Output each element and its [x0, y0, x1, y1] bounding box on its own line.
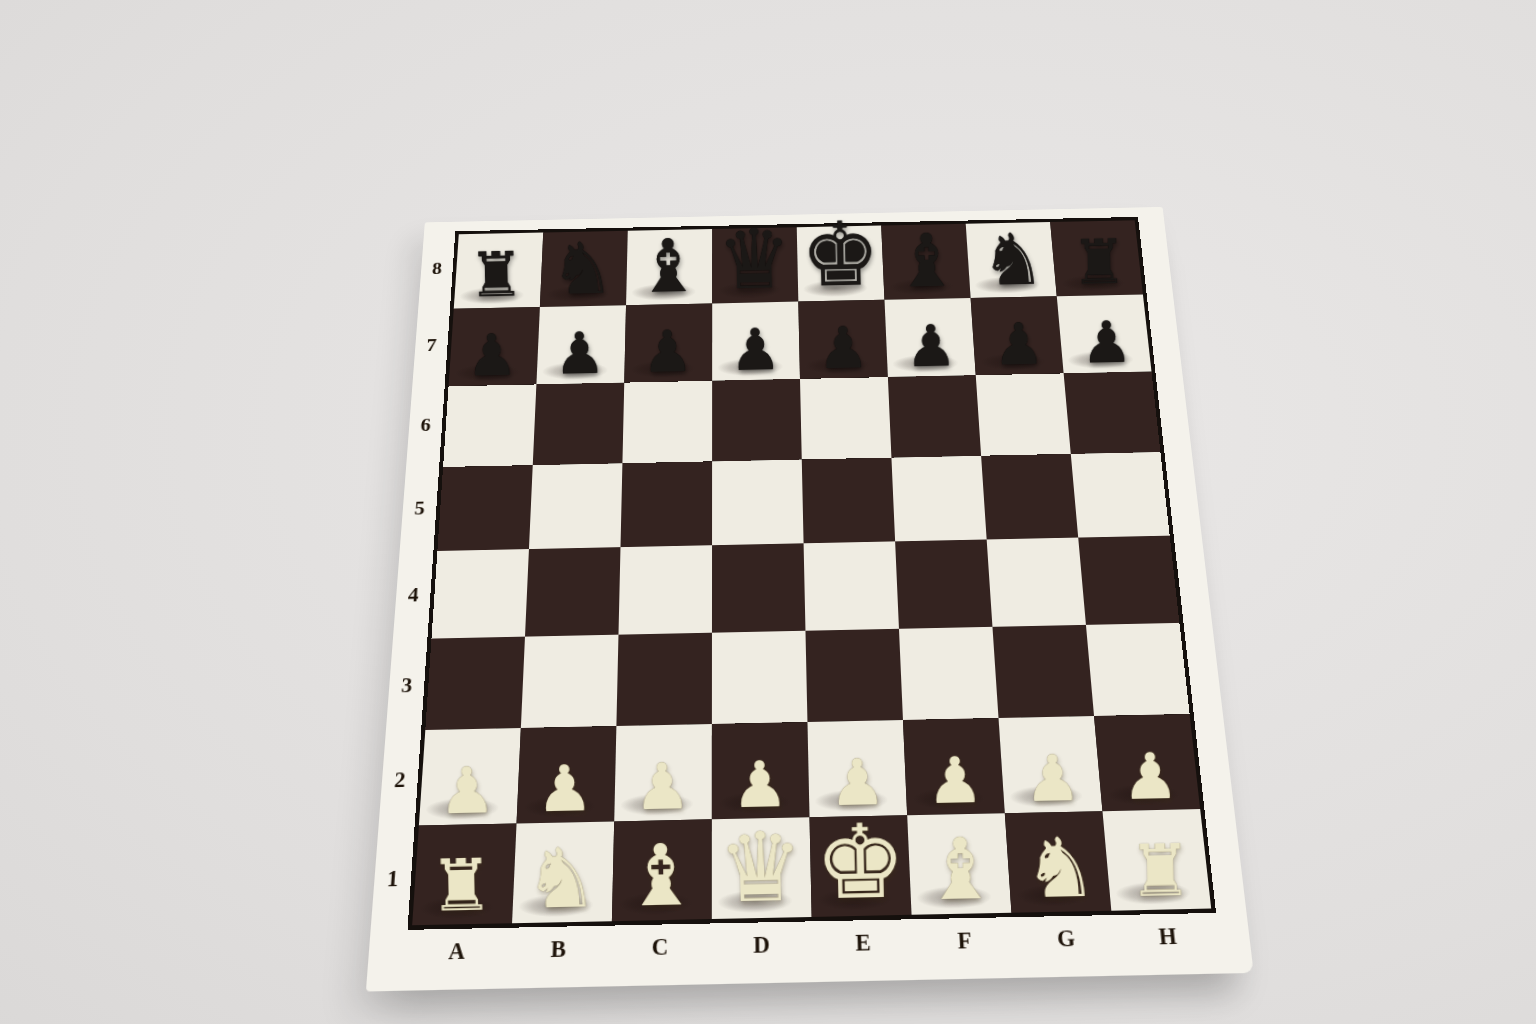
piece-shadow	[631, 283, 695, 301]
board-frame: ♜♞♝♛♚♝♞♜♟♟♟♟♟♟♟♟♟♟♟♟♟♟♟♟♜♞♝♛♚♝♞♜	[407, 217, 1216, 930]
square-e1[interactable]: ♚	[810, 815, 912, 917]
piece-shadow	[817, 888, 891, 912]
piece-shadow	[459, 287, 523, 305]
square-e7[interactable]: ♟	[798, 300, 888, 379]
piece-shadow	[425, 797, 498, 820]
square-d1[interactable]: ♛	[712, 817, 812, 919]
piece-shadow	[523, 795, 596, 818]
file-label-f: F	[913, 917, 1018, 971]
square-g5[interactable]	[981, 454, 1078, 540]
square-b8[interactable]: ♞	[540, 231, 628, 307]
square-b6[interactable]	[533, 383, 625, 465]
square-a7[interactable]: ♟	[449, 307, 540, 386]
file-label-c: C	[608, 923, 710, 977]
piece-shadow	[912, 787, 985, 810]
piece-shadow	[803, 280, 867, 298]
square-e2[interactable]: ♟	[807, 720, 907, 817]
square-c8[interactable]: ♝	[626, 229, 712, 305]
piece-shadow	[718, 890, 792, 914]
square-c2[interactable]: ♟	[614, 724, 712, 821]
square-b2[interactable]: ♟	[517, 726, 617, 823]
piece-shadow	[1016, 884, 1091, 908]
square-d4[interactable]	[712, 543, 805, 632]
piece-shadow	[805, 356, 870, 374]
square-g4[interactable]	[987, 538, 1086, 627]
square-a3[interactable]	[425, 637, 525, 730]
square-c1[interactable]: ♝	[612, 819, 712, 921]
piece-shadow	[815, 789, 888, 812]
file-label-d: D	[711, 921, 813, 975]
square-e5[interactable]	[802, 458, 895, 544]
photo-backdrop: 87654321 ♜♞♝♛♚♝♞♜♟♟♟♟♟♟♟♟♟♟♟♟♟♟♟♟♜♞♝♛♚♝♞…	[0, 0, 1536, 1024]
square-a5[interactable]	[437, 465, 532, 551]
file-label-a: A	[404, 928, 509, 982]
square-d3[interactable]	[712, 631, 808, 724]
piece-shadow	[1115, 882, 1191, 906]
square-f6[interactable]	[888, 375, 981, 457]
square-a8[interactable]: ♜	[454, 233, 544, 309]
piece-shadow	[717, 358, 782, 376]
mat-tilt-wrapper: 87654321 ♜♞♝♛♚♝♞♜♟♟♟♟♟♟♟♟♟♟♟♟♟♟♟♟♜♞♝♛♚♝♞…	[390, 150, 1213, 977]
chess-mat: 87654321 ♜♞♝♛♚♝♞♜♟♟♟♟♟♟♟♟♟♟♟♟♟♟♟♟♜♞♝♛♚♝♞…	[366, 207, 1254, 992]
square-e3[interactable]	[805, 629, 903, 722]
piece-shadow	[542, 362, 607, 380]
piece-shadow	[418, 896, 493, 920]
piece-shadow	[718, 791, 790, 814]
rank-label-7: 7	[412, 306, 450, 385]
file-label-h: H	[1115, 913, 1222, 967]
square-a4[interactable]	[431, 549, 528, 639]
square-h6[interactable]	[1064, 372, 1161, 454]
square-b1[interactable]: ♞	[512, 821, 614, 923]
white-bishop-f1: ♝	[910, 826, 1012, 913]
piece-shadow	[1067, 351, 1133, 369]
square-f8[interactable]: ♝	[881, 224, 970, 300]
piece-shadow	[618, 892, 692, 916]
square-d7[interactable]: ♟	[712, 302, 800, 381]
piece-shadow	[980, 352, 1046, 370]
square-h8[interactable]: ♜	[1050, 220, 1143, 296]
piece-shadow	[974, 276, 1039, 294]
square-g6[interactable]	[976, 373, 1071, 455]
piece-shadow	[1009, 785, 1083, 808]
square-a6[interactable]	[443, 384, 536, 466]
square-h4[interactable]	[1078, 536, 1179, 625]
piece-shadow	[1060, 274, 1125, 292]
square-b5[interactable]	[529, 463, 622, 549]
square-g3[interactable]	[992, 625, 1094, 718]
square-c6[interactable]	[622, 381, 712, 463]
square-f5[interactable]	[891, 456, 986, 542]
square-c4[interactable]	[618, 545, 712, 634]
square-d6[interactable]	[712, 379, 802, 461]
piece-shadow	[518, 894, 592, 918]
piece-shadow	[545, 285, 609, 303]
square-d5[interactable]	[712, 459, 804, 545]
mat-grid: 87654321 ♜♞♝♛♚♝♞♜♟♟♟♟♟♟♟♟♟♟♟♟♟♟♟♟♜♞♝♛♚♝♞…	[367, 207, 1253, 982]
square-e8[interactable]: ♚	[797, 225, 885, 301]
square-b3[interactable]	[521, 635, 619, 728]
square-c3[interactable]	[616, 633, 712, 726]
square-g7[interactable]: ♟	[971, 296, 1064, 375]
square-d8[interactable]: ♛	[712, 227, 798, 303]
piece-shadow	[620, 793, 692, 816]
square-c7[interactable]: ♟	[624, 303, 712, 382]
square-f4[interactable]	[895, 539, 992, 628]
square-g1[interactable]: ♞	[1005, 811, 1111, 913]
square-g8[interactable]: ♞	[966, 222, 1057, 298]
square-b7[interactable]: ♟	[536, 305, 626, 384]
square-f2[interactable]: ♟	[903, 718, 1005, 815]
square-f7[interactable]: ♟	[884, 298, 975, 377]
piece-shadow	[454, 363, 520, 381]
white-bishop-c1: ♝	[610, 832, 712, 919]
square-h5[interactable]	[1071, 452, 1170, 538]
square-h3[interactable]	[1086, 623, 1190, 716]
file-label-b: B	[506, 926, 609, 980]
piece-shadow	[889, 278, 953, 296]
mat-corner	[367, 930, 408, 983]
square-e6[interactable]	[800, 377, 891, 459]
square-b4[interactable]	[525, 547, 621, 636]
square-a2[interactable]: ♟	[419, 728, 521, 825]
piece-shadow	[630, 360, 695, 378]
square-f1[interactable]: ♝	[907, 813, 1011, 915]
square-h1[interactable]: ♜	[1102, 809, 1211, 911]
piece-shadow	[892, 354, 958, 372]
rank-label-8: 8	[418, 231, 455, 307]
square-e4[interactable]	[804, 541, 899, 630]
square-f3[interactable]	[899, 627, 999, 720]
piece-shadow	[1106, 783, 1180, 806]
square-a1[interactable]: ♜	[412, 823, 516, 925]
board: ♜♞♝♛♚♝♞♜♟♟♟♟♟♟♟♟♟♟♟♟♟♟♟♟♜♞♝♛♚♝♞♜	[412, 220, 1211, 925]
square-d2[interactable]: ♟	[712, 722, 810, 819]
square-c5[interactable]	[620, 461, 712, 547]
square-g2[interactable]: ♟	[999, 716, 1103, 813]
piece-shadow	[916, 886, 991, 910]
file-label-g: G	[1014, 915, 1120, 969]
square-h7[interactable]: ♟	[1057, 294, 1152, 373]
piece-shadow	[717, 281, 781, 299]
square-h2[interactable]: ♟	[1094, 714, 1200, 811]
file-label-e: E	[812, 919, 915, 973]
